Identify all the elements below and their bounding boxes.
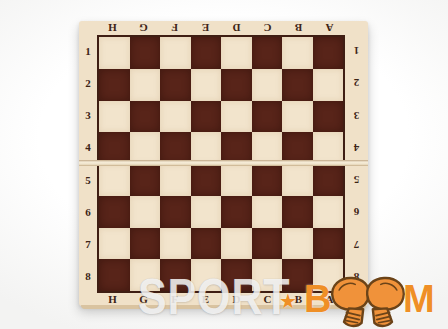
rank-label-left-6: 6 <box>79 196 97 228</box>
square-f2 <box>160 69 191 101</box>
square-a2 <box>313 69 344 101</box>
square-b8 <box>282 259 313 291</box>
square-a3 <box>313 101 344 133</box>
file-label-top-G: G <box>128 21 159 35</box>
square-b3 <box>282 101 313 133</box>
file-label-bottom-C: C <box>252 293 283 306</box>
square-h5 <box>99 164 130 196</box>
square-h7 <box>99 228 130 260</box>
file-label-top-C: C <box>252 21 283 35</box>
square-g7 <box>130 228 161 260</box>
square-a8 <box>313 259 344 291</box>
rank-label-left-5: 5 <box>79 164 97 196</box>
rank-label-right-1: 1 <box>345 35 368 67</box>
rank-label-left-2: 2 <box>79 67 97 99</box>
file-labels-top: HGFEDCBA <box>97 21 345 35</box>
square-f1 <box>160 37 191 69</box>
rank-label-right-3: 3 <box>345 100 368 132</box>
rank-label-left-7: 7 <box>79 229 97 261</box>
rank-label-right-7: 7 <box>345 229 368 261</box>
square-b6 <box>282 196 313 228</box>
square-h2 <box>99 69 130 101</box>
square-e5 <box>191 164 222 196</box>
square-d6 <box>221 196 252 228</box>
square-c8 <box>252 259 283 291</box>
square-b2 <box>282 69 313 101</box>
square-h6 <box>99 196 130 228</box>
square-c6 <box>252 196 283 228</box>
square-c2 <box>252 69 283 101</box>
square-c5 <box>252 164 283 196</box>
square-e8 <box>191 259 222 291</box>
product-photo: HGFEDCBA HGFEDCBA 12345678 12345678 SPOR… <box>0 0 448 329</box>
square-c3 <box>252 101 283 133</box>
square-g3 <box>130 101 161 133</box>
file-label-bottom-E: E <box>190 293 221 306</box>
square-b7 <box>282 228 313 260</box>
fold-seam <box>79 160 368 166</box>
square-b5 <box>282 164 313 196</box>
square-g5 <box>130 164 161 196</box>
square-e6 <box>191 196 222 228</box>
square-g2 <box>130 69 161 101</box>
rank-label-right-2: 2 <box>345 67 368 99</box>
file-label-top-H: H <box>97 21 128 35</box>
square-f6 <box>160 196 191 228</box>
file-label-bottom-D: D <box>221 293 252 306</box>
square-b1 <box>282 37 313 69</box>
square-c1 <box>252 37 283 69</box>
square-e7 <box>191 228 222 260</box>
rank-label-left-1: 1 <box>79 35 97 67</box>
watermark-boom-m: M <box>403 280 435 318</box>
file-label-top-D: D <box>221 21 252 35</box>
square-d8 <box>221 259 252 291</box>
file-labels-bottom: HGFEDCBA <box>97 293 345 306</box>
square-h1 <box>99 37 130 69</box>
square-f7 <box>160 228 191 260</box>
file-label-bottom-B: B <box>283 293 314 306</box>
file-label-top-E: E <box>190 21 221 35</box>
square-g6 <box>130 196 161 228</box>
square-f3 <box>160 101 191 133</box>
file-label-bottom-G: G <box>128 293 159 306</box>
square-e3 <box>191 101 222 133</box>
square-d1 <box>221 37 252 69</box>
square-a5 <box>313 164 344 196</box>
square-c7 <box>252 228 283 260</box>
square-e1 <box>191 37 222 69</box>
chess-board: HGFEDCBA HGFEDCBA 12345678 12345678 <box>79 21 368 306</box>
file-label-bottom-H: H <box>97 293 128 306</box>
square-h8 <box>99 259 130 291</box>
square-a1 <box>313 37 344 69</box>
square-d7 <box>221 228 252 260</box>
square-a6 <box>313 196 344 228</box>
file-label-bottom-F: F <box>159 293 190 306</box>
square-g8 <box>130 259 161 291</box>
square-f8 <box>160 259 191 291</box>
square-d5 <box>221 164 252 196</box>
square-d2 <box>221 69 252 101</box>
rank-label-left-3: 3 <box>79 100 97 132</box>
file-label-top-F: F <box>159 21 190 35</box>
rank-label-right-6: 6 <box>345 196 368 228</box>
file-label-top-B: B <box>283 21 314 35</box>
square-d3 <box>221 101 252 133</box>
square-e2 <box>191 69 222 101</box>
square-a7 <box>313 228 344 260</box>
rank-label-right-5: 5 <box>345 164 368 196</box>
file-label-top-A: A <box>314 21 345 35</box>
square-f5 <box>160 164 191 196</box>
rank-label-left-8: 8 <box>79 261 97 293</box>
file-label-bottom-A: A <box>314 293 345 306</box>
square-h3 <box>99 101 130 133</box>
square-g1 <box>130 37 161 69</box>
rank-label-right-8: 8 <box>345 261 368 293</box>
